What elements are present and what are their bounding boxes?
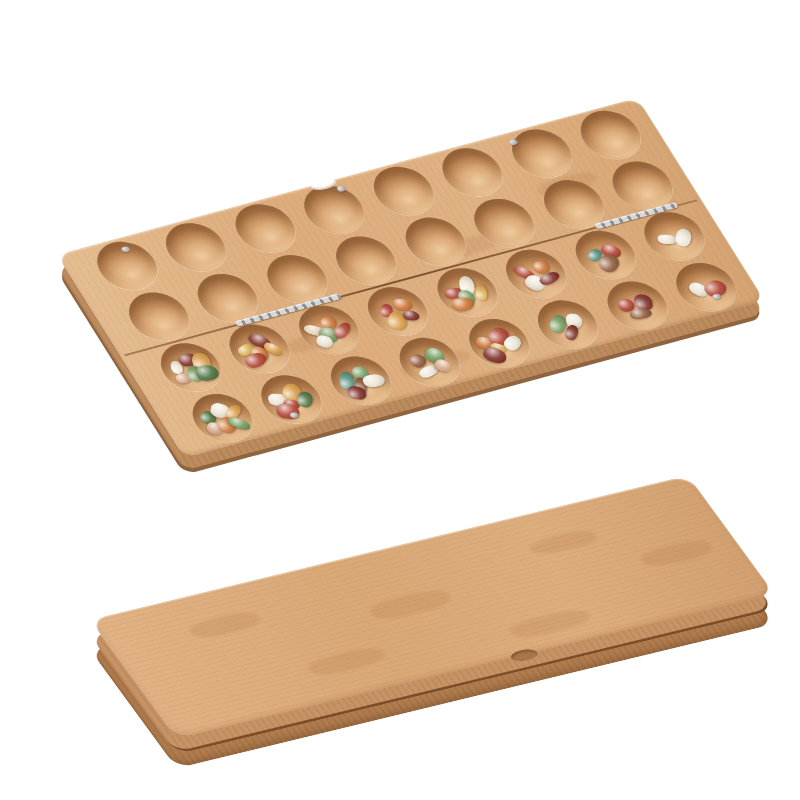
mancala-product-photo	[0, 0, 800, 800]
stone-white	[673, 227, 693, 249]
pit-d8[interactable]	[666, 257, 747, 317]
stone-yellow	[474, 284, 487, 301]
stone-orange	[392, 298, 414, 311]
